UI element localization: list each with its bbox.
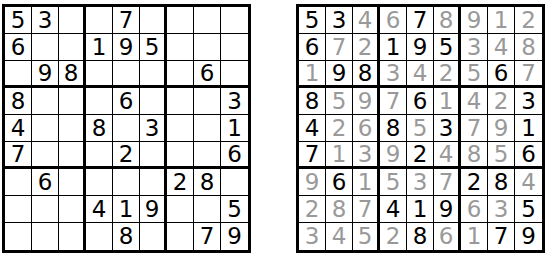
solution-board-cell-r5c3: 6 [353, 115, 380, 142]
puzzle-board-cell-r7c6 [140, 169, 167, 196]
solution-board-cell-r8c8: 3 [488, 196, 515, 223]
solution-board-cell-r7c1: 9 [299, 169, 326, 196]
puzzle-board-cell-r4c5: 6 [113, 88, 140, 115]
solution-board-cell-r6c2: 1 [326, 142, 353, 169]
puzzle-board-cell-r8c4: 4 [86, 196, 113, 223]
puzzle-board-cell-r8c8 [194, 196, 221, 223]
solution-board-cell-r3c3: 8 [353, 61, 380, 88]
puzzle-board-cell-r3c3: 8 [59, 61, 86, 88]
puzzle-board-cell-r8c1 [5, 196, 32, 223]
puzzle-board-cell-r4c4 [86, 88, 113, 115]
puzzle-board-cell-r2c1: 6 [5, 34, 32, 61]
puzzle-board-cell-r2c3 [59, 34, 86, 61]
puzzle-board-cell-r2c9 [221, 34, 248, 61]
solution-board-cell-r8c4: 4 [380, 196, 407, 223]
puzzle-board-cell-r6c8 [194, 142, 221, 169]
solution-board-cell-r7c2: 6 [326, 169, 353, 196]
solution-board-cell-r6c7: 8 [461, 142, 488, 169]
solution-board-cell-r1c3: 4 [353, 7, 380, 34]
solution-board-cell-r9c4: 2 [380, 223, 407, 250]
solution-board-cell-r9c9: 9 [515, 223, 542, 250]
puzzle-board-cell-r4c9: 3 [221, 88, 248, 115]
solution-board-cell-r3c8: 6 [488, 61, 515, 88]
solution-board-cell-r5c4: 8 [380, 115, 407, 142]
puzzle-board-cell-r2c5: 9 [113, 34, 140, 61]
puzzle-board-cell-r6c3 [59, 142, 86, 169]
puzzle-board-cell-r3c4 [86, 61, 113, 88]
puzzle-board-cell-r5c2 [32, 115, 59, 142]
solution-board-cell-r7c3: 1 [353, 169, 380, 196]
puzzle-board-cell-r9c1 [5, 223, 32, 250]
solution-board-cell-r5c1: 4 [299, 115, 326, 142]
puzzle-board-cell-r8c9: 5 [221, 196, 248, 223]
puzzle-board-cell-r7c5 [113, 169, 140, 196]
solution-board-cell-r1c4: 6 [380, 7, 407, 34]
solution-board-cell-r9c8: 7 [488, 223, 515, 250]
puzzle-board-cell-r3c1 [5, 61, 32, 88]
solution-board-cell-r5c2: 2 [326, 115, 353, 142]
solution-board-cell-r2c9: 8 [515, 34, 542, 61]
puzzle-board: 537619598686348317266284195879 [2, 4, 251, 253]
solution-board-cell-r1c5: 7 [407, 7, 434, 34]
solution-board-cell-r4c2: 5 [326, 88, 353, 115]
puzzle-board-cell-r2c4: 1 [86, 34, 113, 61]
puzzle-board-cell-r3c9 [221, 61, 248, 88]
solution-board-cell-r4c7: 4 [461, 88, 488, 115]
puzzle-board-cell-r3c2: 9 [32, 61, 59, 88]
solution-board-cell-r6c1: 7 [299, 142, 326, 169]
solution-board: 5346789126721953481983425678597614234268… [296, 4, 545, 253]
sudoku-diagram: 537619598686348317266284195879 534678912… [0, 0, 551, 253]
puzzle-board-cell-r1c5: 7 [113, 7, 140, 34]
puzzle-board-cell-r1c8 [194, 7, 221, 34]
solution-board-cell-r8c3: 7 [353, 196, 380, 223]
solution-board-cell-r4c6: 1 [434, 88, 461, 115]
puzzle-board-cell-r4c3 [59, 88, 86, 115]
solution-board-cell-r9c6: 6 [434, 223, 461, 250]
solution-board-cell-r2c8: 4 [488, 34, 515, 61]
solution-board-cell-r6c5: 2 [407, 142, 434, 169]
solution-board-cell-r3c5: 4 [407, 61, 434, 88]
puzzle-board-cell-r4c2 [32, 88, 59, 115]
solution-board-cell-r2c5: 9 [407, 34, 434, 61]
puzzle-board-cell-r6c7 [167, 142, 194, 169]
puzzle-board-cell-r8c6: 9 [140, 196, 167, 223]
puzzle-board-cell-r5c9: 1 [221, 115, 248, 142]
puzzle-board-cell-r8c3 [59, 196, 86, 223]
solution-board-cell-r6c3: 3 [353, 142, 380, 169]
puzzle-board-cell-r9c8: 7 [194, 223, 221, 250]
puzzle-board-cell-r9c4 [86, 223, 113, 250]
solution-board-cell-r3c2: 9 [326, 61, 353, 88]
solution-board-cell-r4c8: 2 [488, 88, 515, 115]
solution-board-cell-r4c3: 9 [353, 88, 380, 115]
puzzle-board-cell-r2c6: 5 [140, 34, 167, 61]
solution-board-cell-r7c4: 5 [380, 169, 407, 196]
solution-board-cell-r2c2: 7 [326, 34, 353, 61]
solution-board-cell-r3c7: 5 [461, 61, 488, 88]
puzzle-board-cell-r9c6 [140, 223, 167, 250]
solution-board-cell-r5c9: 1 [515, 115, 542, 142]
solution-board-cell-r1c1: 5 [299, 7, 326, 34]
puzzle-board-cell-r2c7 [167, 34, 194, 61]
solution-board-cell-r4c9: 3 [515, 88, 542, 115]
solution-board-cell-r7c5: 3 [407, 169, 434, 196]
puzzle-board-cell-r6c4 [86, 142, 113, 169]
solution-board-cell-r8c5: 1 [407, 196, 434, 223]
solution-board-cell-r8c7: 6 [461, 196, 488, 223]
puzzle-board-cell-r5c7 [167, 115, 194, 142]
puzzle-board-cell-r2c8 [194, 34, 221, 61]
puzzle-board-cell-r2c2 [32, 34, 59, 61]
puzzle-board-cell-r5c1: 4 [5, 115, 32, 142]
solution-board-cell-r3c6: 2 [434, 61, 461, 88]
solution-board-cell-r6c8: 5 [488, 142, 515, 169]
puzzle-board-cell-r3c7 [167, 61, 194, 88]
puzzle-board-cell-r6c1: 7 [5, 142, 32, 169]
solution-board-cell-r3c4: 3 [380, 61, 407, 88]
puzzle-board-cell-r5c5 [113, 115, 140, 142]
puzzle-board-cell-r4c6 [140, 88, 167, 115]
solution-board-cell-r7c8: 8 [488, 169, 515, 196]
puzzle-board-cell-r3c5 [113, 61, 140, 88]
solution-board-cell-r4c5: 6 [407, 88, 434, 115]
puzzle-board-cell-r1c7 [167, 7, 194, 34]
solution-board-cell-r5c5: 5 [407, 115, 434, 142]
puzzle-board-cell-r6c5: 2 [113, 142, 140, 169]
puzzle-board-cell-r9c5: 8 [113, 223, 140, 250]
solution-board-cell-r8c9: 5 [515, 196, 542, 223]
puzzle-board-cell-r9c7 [167, 223, 194, 250]
solution-board-cell-r8c6: 9 [434, 196, 461, 223]
puzzle-board-cell-r6c2 [32, 142, 59, 169]
solution-board-cell-r5c6: 3 [434, 115, 461, 142]
solution-board-cell-r9c7: 1 [461, 223, 488, 250]
puzzle-board-cell-r6c9: 6 [221, 142, 248, 169]
puzzle-board-cell-r8c5: 1 [113, 196, 140, 223]
puzzle-board-cell-r3c8: 6 [194, 61, 221, 88]
solution-board-cell-r7c6: 7 [434, 169, 461, 196]
puzzle-board-cell-r5c3 [59, 115, 86, 142]
solution-board-cell-r1c2: 3 [326, 7, 353, 34]
solution-board-cell-r2c1: 6 [299, 34, 326, 61]
solution-board-cell-r4c1: 8 [299, 88, 326, 115]
puzzle-board-cell-r4c7 [167, 88, 194, 115]
solution-board-cell-r9c2: 4 [326, 223, 353, 250]
puzzle-board-cell-r1c6 [140, 7, 167, 34]
solution-board-cell-r9c3: 5 [353, 223, 380, 250]
puzzle-board-cell-r5c4: 8 [86, 115, 113, 142]
puzzle-board-cell-r9c2 [32, 223, 59, 250]
puzzle-board-cell-r7c3 [59, 169, 86, 196]
puzzle-board-cell-r7c4 [86, 169, 113, 196]
solution-board-cell-r7c7: 2 [461, 169, 488, 196]
solution-board-cell-r7c9: 4 [515, 169, 542, 196]
solution-board-cell-r5c7: 7 [461, 115, 488, 142]
solution-board-cell-r1c9: 2 [515, 7, 542, 34]
puzzle-board-cell-r4c1: 8 [5, 88, 32, 115]
puzzle-board-cell-r5c6: 3 [140, 115, 167, 142]
solution-board-cell-r6c9: 6 [515, 142, 542, 169]
solution-board-cell-r5c8: 9 [488, 115, 515, 142]
puzzle-board-cell-r7c9 [221, 169, 248, 196]
puzzle-board-cell-r8c2 [32, 196, 59, 223]
solution-board-cell-r1c7: 9 [461, 7, 488, 34]
puzzle-board-cell-r4c8 [194, 88, 221, 115]
solution-board-cell-r4c4: 7 [380, 88, 407, 115]
solution-board-cell-r6c6: 4 [434, 142, 461, 169]
puzzle-board-cell-r3c6 [140, 61, 167, 88]
puzzle-board-cell-r7c1 [5, 169, 32, 196]
solution-board-cell-r2c4: 1 [380, 34, 407, 61]
puzzle-board-cell-r7c2: 6 [32, 169, 59, 196]
solution-board-cell-r2c7: 3 [461, 34, 488, 61]
puzzle-board-cell-r8c7 [167, 196, 194, 223]
puzzle-board-cell-r1c3 [59, 7, 86, 34]
puzzle-board-cell-r7c8: 8 [194, 169, 221, 196]
puzzle-board-cell-r9c3 [59, 223, 86, 250]
solution-board-cell-r8c1: 2 [299, 196, 326, 223]
puzzle-board-cell-r9c9: 9 [221, 223, 248, 250]
solution-board-cell-r3c1: 1 [299, 61, 326, 88]
puzzle-board-cell-r5c8 [194, 115, 221, 142]
puzzle-board-cell-r1c1: 5 [5, 7, 32, 34]
solution-board-cell-r9c5: 8 [407, 223, 434, 250]
solution-board-cell-r1c6: 8 [434, 7, 461, 34]
puzzle-board-cell-r6c6 [140, 142, 167, 169]
solution-board-cell-r2c3: 2 [353, 34, 380, 61]
solution-board-cell-r8c2: 8 [326, 196, 353, 223]
puzzle-board-cell-r7c7: 2 [167, 169, 194, 196]
puzzle-board-cell-r1c2: 3 [32, 7, 59, 34]
solution-board-cell-r2c6: 5 [434, 34, 461, 61]
solution-board-cell-r1c8: 1 [488, 7, 515, 34]
puzzle-board-cell-r1c9 [221, 7, 248, 34]
puzzle-board-cell-r1c4 [86, 7, 113, 34]
solution-board-cell-r9c1: 3 [299, 223, 326, 250]
solution-board-cell-r6c4: 9 [380, 142, 407, 169]
solution-board-cell-r3c9: 7 [515, 61, 542, 88]
